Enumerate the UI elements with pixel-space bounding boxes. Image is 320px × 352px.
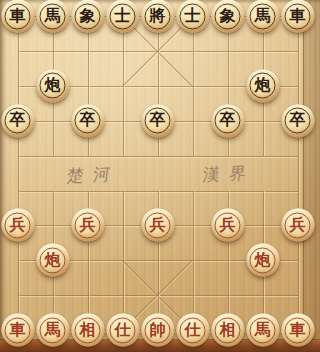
piece-ring: 兵	[75, 212, 101, 238]
piece-glyph: 兵	[10, 217, 26, 233]
piece-glyph: 炮	[255, 252, 271, 268]
piece-ring: 炮	[40, 73, 66, 99]
piece-glyph: 車	[10, 8, 26, 24]
piece-black-soldier[interactable]: 卒	[1, 104, 34, 137]
piece-black-advisor[interactable]: 士	[176, 0, 209, 33]
piece-ring: 兵	[145, 212, 171, 238]
piece-red-advisor[interactable]: 仕	[176, 314, 209, 347]
piece-glyph: 卒	[290, 112, 306, 128]
piece-glyph: 兵	[290, 217, 306, 233]
piece-ring: 兵	[5, 212, 31, 238]
piece-ring: 兵	[285, 212, 311, 238]
piece-ring: 車	[5, 317, 31, 343]
piece-ring: 仕	[180, 317, 206, 343]
piece-ring: 卒	[75, 108, 101, 134]
piece-glyph: 帥	[150, 322, 166, 338]
piece-ring: 士	[180, 3, 206, 29]
piece-glyph: 炮	[45, 77, 61, 93]
piece-ring: 車	[285, 317, 311, 343]
piece-red-soldier[interactable]: 兵	[281, 209, 314, 242]
piece-black-elephant[interactable]: 象	[71, 0, 104, 33]
piece-glyph: 炮	[255, 77, 271, 93]
piece-glyph: 士	[115, 8, 131, 24]
piece-black-chariot[interactable]: 車	[281, 0, 314, 33]
piece-red-soldier[interactable]: 兵	[71, 209, 104, 242]
piece-red-elephant[interactable]: 相	[71, 314, 104, 347]
piece-ring: 象	[75, 3, 101, 29]
piece-glyph: 相	[220, 322, 236, 338]
piece-glyph: 炮	[45, 252, 61, 268]
piece-ring: 仕	[110, 317, 136, 343]
piece-red-soldier[interactable]: 兵	[141, 209, 174, 242]
piece-glyph: 兵	[80, 217, 96, 233]
piece-black-cannon[interactable]: 炮	[36, 69, 69, 102]
piece-black-horse[interactable]: 馬	[36, 0, 69, 33]
piece-glyph: 卒	[80, 112, 96, 128]
piece-ring: 車	[5, 3, 31, 29]
piece-red-soldier[interactable]: 兵	[211, 209, 244, 242]
pieces-layer: 車馬象士將士象馬車炮炮卒卒卒卒卒兵兵兵兵兵炮炮車馬相仕帥仕相馬車	[0, 0, 320, 352]
piece-glyph: 兵	[150, 217, 166, 233]
piece-ring: 帥	[145, 317, 171, 343]
piece-ring: 相	[75, 317, 101, 343]
piece-black-advisor[interactable]: 士	[106, 0, 139, 33]
piece-glyph: 車	[290, 322, 306, 338]
piece-black-soldier[interactable]: 卒	[281, 104, 314, 137]
piece-ring: 馬	[250, 317, 276, 343]
piece-glyph: 馬	[45, 322, 61, 338]
piece-black-general[interactable]: 將	[141, 0, 174, 33]
piece-black-elephant[interactable]: 象	[211, 0, 244, 33]
piece-black-horse[interactable]: 馬	[246, 0, 279, 33]
piece-ring: 車	[285, 3, 311, 29]
piece-ring: 卒	[5, 108, 31, 134]
piece-black-soldier[interactable]: 卒	[141, 104, 174, 137]
piece-ring: 象	[215, 3, 241, 29]
piece-glyph: 馬	[45, 8, 61, 24]
piece-ring: 卒	[145, 108, 171, 134]
piece-glyph: 卒	[150, 112, 166, 128]
xiangqi-board[interactable]: 楚河 漢界 車馬象士將士象馬車炮炮卒卒卒卒卒兵兵兵兵兵炮炮車馬相仕帥仕相馬車	[0, 0, 320, 352]
piece-red-horse[interactable]: 馬	[36, 314, 69, 347]
piece-glyph: 士	[185, 8, 201, 24]
piece-red-cannon[interactable]: 炮	[36, 244, 69, 277]
piece-red-soldier[interactable]: 兵	[1, 209, 34, 242]
piece-ring: 炮	[40, 247, 66, 273]
piece-glyph: 仕	[115, 322, 131, 338]
piece-red-chariot[interactable]: 車	[1, 314, 34, 347]
piece-glyph: 仕	[185, 322, 201, 338]
piece-red-cannon[interactable]: 炮	[246, 244, 279, 277]
piece-ring: 馬	[40, 317, 66, 343]
piece-glyph: 將	[150, 8, 166, 24]
piece-ring: 將	[145, 3, 171, 29]
piece-glyph: 象	[80, 8, 96, 24]
piece-black-cannon[interactable]: 炮	[246, 69, 279, 102]
piece-ring: 馬	[40, 3, 66, 29]
piece-glyph: 卒	[10, 112, 26, 128]
piece-glyph: 車	[10, 322, 26, 338]
piece-ring: 卒	[285, 108, 311, 134]
piece-ring: 兵	[215, 212, 241, 238]
piece-glyph: 車	[290, 8, 306, 24]
piece-ring: 卒	[215, 108, 241, 134]
piece-red-elephant[interactable]: 相	[211, 314, 244, 347]
piece-glyph: 馬	[255, 322, 271, 338]
piece-black-chariot[interactable]: 車	[1, 0, 34, 33]
piece-ring: 士	[110, 3, 136, 29]
piece-glyph: 兵	[220, 217, 236, 233]
piece-ring: 相	[215, 317, 241, 343]
piece-glyph: 卒	[220, 112, 236, 128]
piece-glyph: 馬	[255, 8, 271, 24]
piece-red-chariot[interactable]: 車	[281, 314, 314, 347]
piece-red-advisor[interactable]: 仕	[106, 314, 139, 347]
piece-ring: 炮	[250, 73, 276, 99]
piece-glyph: 相	[80, 322, 96, 338]
piece-red-horse[interactable]: 馬	[246, 314, 279, 347]
piece-black-soldier[interactable]: 卒	[71, 104, 104, 137]
piece-ring: 炮	[250, 247, 276, 273]
piece-red-general[interactable]: 帥	[141, 314, 174, 347]
piece-glyph: 象	[220, 8, 236, 24]
piece-black-soldier[interactable]: 卒	[211, 104, 244, 137]
piece-ring: 馬	[250, 3, 276, 29]
